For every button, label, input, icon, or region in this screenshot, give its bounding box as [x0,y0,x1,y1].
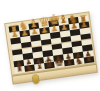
piece-dark-rook: ♜ [84,55,95,64]
chess-box: ♜♞♝♛♚♝♞♜♟♟♟♟♟♟♟♟♟♟♟♟♟♟♟♟♜♞♝♛♚♝♞♜ [4,11,98,84]
piece-light-pawn: ♟ [79,20,90,30]
brass-clasp-icon [33,75,39,84]
chess-set-product-photo: ♜♞♝♛♚♝♞♜♟♟♟♟♟♟♟♟♟♟♟♟♟♟♟♟♜♞♝♛♚♝♞♜ [0,0,100,91]
